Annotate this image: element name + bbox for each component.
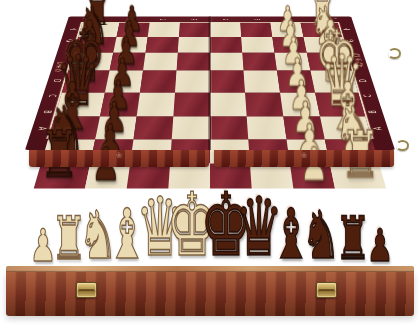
square-f5: [177, 53, 210, 71]
brass-hook-icon: [388, 48, 401, 59]
board-front-edge-left: ❀: [29, 150, 209, 167]
square-f4: [210, 53, 243, 71]
square-c4: [210, 117, 248, 140]
square-c3: [247, 117, 287, 140]
frame-ornament-icon: ❀: [301, 151, 308, 160]
board-front-edge-right: ❀: [214, 150, 394, 167]
square-h6: [148, 23, 180, 37]
board-fold-seam: [209, 17, 211, 150]
square-h5: [179, 23, 210, 37]
square-e3: [243, 70, 279, 92]
square-e6: [140, 70, 176, 92]
piece-lineup: ♟♜♞♝♛♚♚♛♝♞♜♟: [0, 169, 420, 329]
board-front-edge: ❀ ❀: [29, 150, 394, 167]
square-e4: [210, 70, 245, 92]
lineup-piece-black-rook: ♜: [335, 208, 371, 268]
square-d6: [137, 93, 175, 117]
frame-ornament-icon: ❀: [116, 151, 123, 160]
square-f6: [143, 53, 178, 71]
square-h4: [210, 23, 241, 37]
square-g6: [146, 37, 179, 53]
square-c6: [134, 117, 174, 140]
square-e5: [175, 70, 210, 92]
lineup-piece-black-pawn: ♟: [367, 223, 394, 268]
square-c5: [172, 117, 210, 140]
square-g3: [241, 37, 274, 53]
square-d5: [173, 93, 210, 117]
square-h3: [240, 23, 272, 37]
brass-hook-icon: [396, 140, 409, 151]
square-g5: [178, 37, 210, 53]
square-d4: [210, 93, 247, 117]
square-g4: [210, 37, 242, 53]
closed-box-scene: ♟♜♞♝♛♚♚♛♝♞♜♟: [0, 169, 420, 329]
square-d3: [245, 93, 283, 117]
open-board-scene: 87654321 87654321 HGFEDCBA HGFEDCBA ✿❀✿ …: [0, 0, 420, 169]
chess-board: 87654321 87654321 HGFEDCBA HGFEDCBA ✿❀✿ …: [25, 17, 395, 150]
board-frame: 87654321 87654321 HGFEDCBA HGFEDCBA ✿❀✿ …: [25, 17, 395, 150]
square-f3: [242, 53, 277, 71]
